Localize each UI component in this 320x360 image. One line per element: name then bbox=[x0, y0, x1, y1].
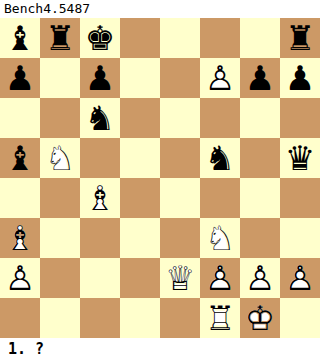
black-king: ♚ bbox=[80, 18, 120, 58]
white-pawn-fill: ♟ bbox=[0, 258, 40, 298]
square-d7[interactable] bbox=[120, 58, 160, 98]
white-pawn: ♙ bbox=[280, 258, 320, 298]
square-e7[interactable] bbox=[160, 58, 200, 98]
square-d1[interactable] bbox=[120, 298, 160, 338]
white-pawn-fill: ♟ bbox=[200, 58, 240, 98]
square-b2[interactable] bbox=[40, 258, 80, 298]
square-a2[interactable]: ♟♙ bbox=[0, 258, 40, 298]
white-rook-fill: ♜ bbox=[200, 298, 240, 338]
square-e8[interactable] bbox=[160, 18, 200, 58]
white-bishop-fill: ♝ bbox=[80, 178, 120, 218]
square-c8[interactable]: ♚ bbox=[80, 18, 120, 58]
square-g6[interactable] bbox=[240, 98, 280, 138]
black-pawn: ♟ bbox=[80, 58, 120, 98]
square-c5[interactable] bbox=[80, 138, 120, 178]
black-rook: ♜ bbox=[40, 18, 80, 58]
square-h7[interactable]: ♟ bbox=[280, 58, 320, 98]
square-e1[interactable] bbox=[160, 298, 200, 338]
game-title: Bench4.5487 bbox=[4, 1, 90, 16]
square-h6[interactable] bbox=[280, 98, 320, 138]
square-g2[interactable]: ♟♙ bbox=[240, 258, 280, 298]
black-knight: ♞ bbox=[80, 98, 120, 138]
square-a7[interactable]: ♟ bbox=[0, 58, 40, 98]
white-queen: ♕ bbox=[160, 258, 200, 298]
black-bishop: ♝ bbox=[0, 138, 40, 178]
square-a1[interactable] bbox=[0, 298, 40, 338]
square-g3[interactable] bbox=[240, 218, 280, 258]
square-d6[interactable] bbox=[120, 98, 160, 138]
square-b1[interactable] bbox=[40, 298, 80, 338]
square-d3[interactable] bbox=[120, 218, 160, 258]
white-pawn: ♙ bbox=[0, 258, 40, 298]
square-e5[interactable] bbox=[160, 138, 200, 178]
white-king-fill: ♚ bbox=[240, 298, 280, 338]
square-g1[interactable]: ♚♔ bbox=[240, 298, 280, 338]
square-e3[interactable] bbox=[160, 218, 200, 258]
square-g7[interactable]: ♟ bbox=[240, 58, 280, 98]
square-g8[interactable] bbox=[240, 18, 280, 58]
square-f3[interactable]: ♞♘ bbox=[200, 218, 240, 258]
square-e2[interactable]: ♛♕ bbox=[160, 258, 200, 298]
square-c4[interactable]: ♝♗ bbox=[80, 178, 120, 218]
square-f4[interactable] bbox=[200, 178, 240, 218]
square-g4[interactable] bbox=[240, 178, 280, 218]
move-prompt: 1. ? bbox=[8, 340, 44, 358]
white-pawn-fill: ♟ bbox=[240, 258, 280, 298]
black-queen: ♛ bbox=[280, 138, 320, 178]
white-pawn: ♙ bbox=[200, 58, 240, 98]
white-knight: ♘ bbox=[40, 138, 80, 178]
square-b6[interactable] bbox=[40, 98, 80, 138]
square-a3[interactable]: ♝♗ bbox=[0, 218, 40, 258]
title-bar: Bench4.5487 bbox=[0, 0, 320, 18]
square-a4[interactable] bbox=[0, 178, 40, 218]
status-bar: 1. ? bbox=[0, 338, 320, 360]
white-pawn: ♙ bbox=[240, 258, 280, 298]
square-f2[interactable]: ♟♙ bbox=[200, 258, 240, 298]
square-h4[interactable] bbox=[280, 178, 320, 218]
white-king: ♔ bbox=[240, 298, 280, 338]
square-f1[interactable]: ♜♖ bbox=[200, 298, 240, 338]
white-bishop: ♗ bbox=[0, 218, 40, 258]
chess-board: ♝♜♚♜♟♟♟♙♟♟♞♝♞♘♞♛♝♗♝♗♞♘♟♙♛♕♟♙♟♙♟♙♜♖♚♔ bbox=[0, 18, 320, 338]
square-c2[interactable] bbox=[80, 258, 120, 298]
square-f8[interactable] bbox=[200, 18, 240, 58]
square-c1[interactable] bbox=[80, 298, 120, 338]
square-d8[interactable] bbox=[120, 18, 160, 58]
white-bishop-fill: ♝ bbox=[0, 218, 40, 258]
square-c7[interactable]: ♟ bbox=[80, 58, 120, 98]
square-h3[interactable] bbox=[280, 218, 320, 258]
square-b8[interactable]: ♜ bbox=[40, 18, 80, 58]
white-bishop: ♗ bbox=[80, 178, 120, 218]
square-f5[interactable]: ♞ bbox=[200, 138, 240, 178]
black-knight: ♞ bbox=[200, 138, 240, 178]
square-f7[interactable]: ♟♙ bbox=[200, 58, 240, 98]
white-knight: ♘ bbox=[200, 218, 240, 258]
white-pawn-fill: ♟ bbox=[280, 258, 320, 298]
square-b3[interactable] bbox=[40, 218, 80, 258]
white-pawn-fill: ♟ bbox=[200, 258, 240, 298]
square-b5[interactable]: ♞♘ bbox=[40, 138, 80, 178]
square-a8[interactable]: ♝ bbox=[0, 18, 40, 58]
square-f6[interactable] bbox=[200, 98, 240, 138]
square-e6[interactable] bbox=[160, 98, 200, 138]
square-h5[interactable]: ♛ bbox=[280, 138, 320, 178]
square-a5[interactable]: ♝ bbox=[0, 138, 40, 178]
square-d2[interactable] bbox=[120, 258, 160, 298]
square-d4[interactable] bbox=[120, 178, 160, 218]
square-e4[interactable] bbox=[160, 178, 200, 218]
black-bishop: ♝ bbox=[0, 18, 40, 58]
chess-app-window: Bench4.5487 ♝♜♚♜♟♟♟♙♟♟♞♝♞♘♞♛♝♗♝♗♞♘♟♙♛♕♟♙… bbox=[0, 0, 320, 360]
square-h1[interactable] bbox=[280, 298, 320, 338]
white-knight-fill: ♞ bbox=[40, 138, 80, 178]
black-rook: ♜ bbox=[280, 18, 320, 58]
square-d5[interactable] bbox=[120, 138, 160, 178]
square-c3[interactable] bbox=[80, 218, 120, 258]
square-h8[interactable]: ♜ bbox=[280, 18, 320, 58]
square-c6[interactable]: ♞ bbox=[80, 98, 120, 138]
square-g5[interactable] bbox=[240, 138, 280, 178]
white-pawn: ♙ bbox=[200, 258, 240, 298]
black-pawn: ♟ bbox=[0, 58, 40, 98]
black-pawn: ♟ bbox=[280, 58, 320, 98]
square-h2[interactable]: ♟♙ bbox=[280, 258, 320, 298]
black-pawn: ♟ bbox=[240, 58, 280, 98]
white-queen-fill: ♛ bbox=[160, 258, 200, 298]
square-b7[interactable] bbox=[40, 58, 80, 98]
white-knight-fill: ♞ bbox=[200, 218, 240, 258]
square-a6[interactable] bbox=[0, 98, 40, 138]
white-rook: ♖ bbox=[200, 298, 240, 338]
square-b4[interactable] bbox=[40, 178, 80, 218]
